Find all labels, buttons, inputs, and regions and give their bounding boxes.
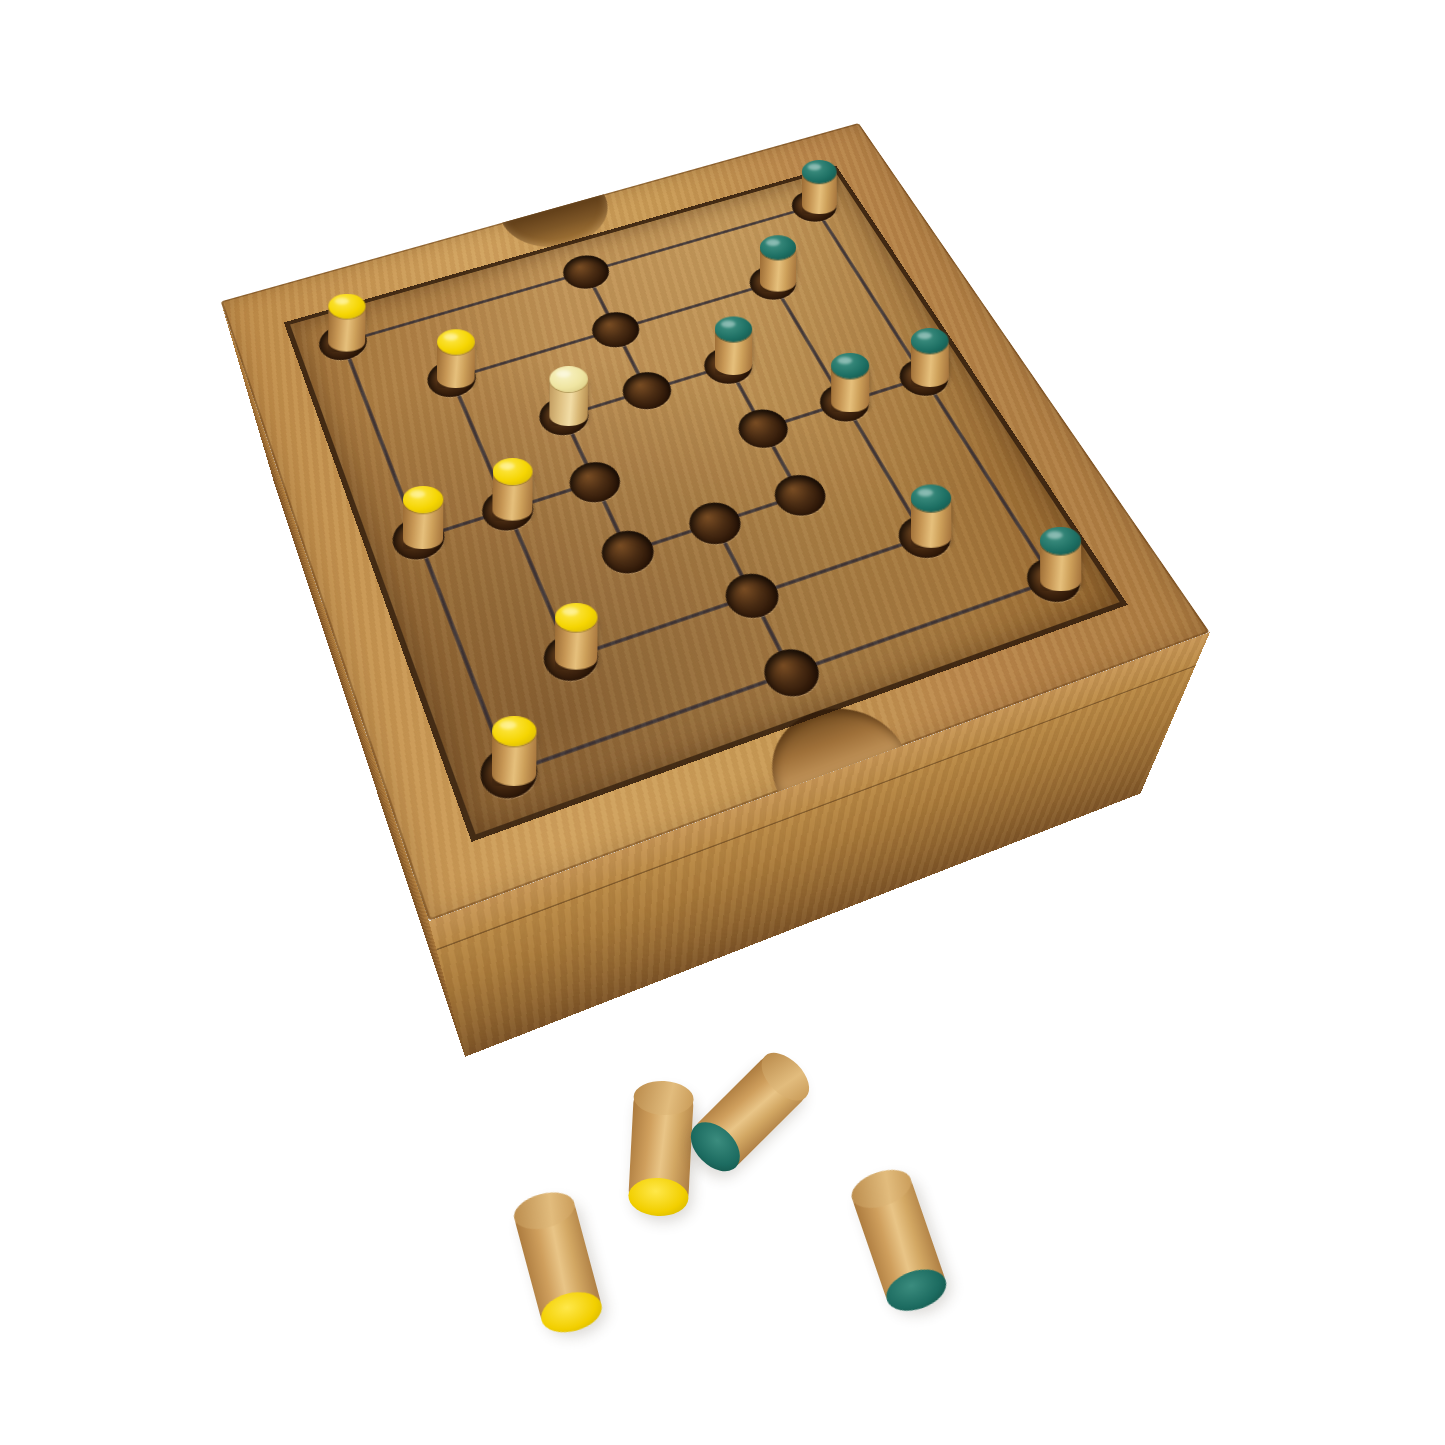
yellow-peg-a7[interactable] [328,294,366,352]
yellow-peg-b6[interactable] [437,329,475,388]
peg-cap [492,716,537,746]
green-peg-g4[interactable] [911,328,949,387]
peg-cap [1040,527,1081,555]
green-peg-g1[interactable] [1040,527,1082,592]
wooden-box [221,123,1210,921]
peg-cap [760,235,796,259]
yellow-peg-b4[interactable] [492,458,532,521]
peg-cap [831,353,869,379]
peg-cap [715,316,753,341]
loose-yellow-peg-2[interactable] [628,1081,695,1216]
board-scene [0,0,1445,1445]
peg-cap [328,294,365,319]
peg-cap [911,484,952,511]
peg-cap [802,160,837,183]
peg-cap [911,328,949,353]
peg-cap [549,366,587,392]
green-peg-e5[interactable] [715,316,753,375]
peg-cap [493,458,533,485]
yellow-peg-a4[interactable] [403,486,444,549]
yellow-peg-b2[interactable] [555,603,598,670]
peg-cap [437,329,475,354]
yellow-peg-a1[interactable] [492,716,537,786]
green-peg-f4[interactable] [831,353,869,413]
green-peg-f6[interactable] [760,235,796,291]
peg-cap [555,603,598,632]
yellow-peg-c5[interactable] [549,366,588,426]
photo-canvas [0,0,1445,1445]
peg-cap [403,486,444,513]
green-peg-g7[interactable] [802,160,837,214]
green-peg-f2[interactable] [911,484,952,547]
